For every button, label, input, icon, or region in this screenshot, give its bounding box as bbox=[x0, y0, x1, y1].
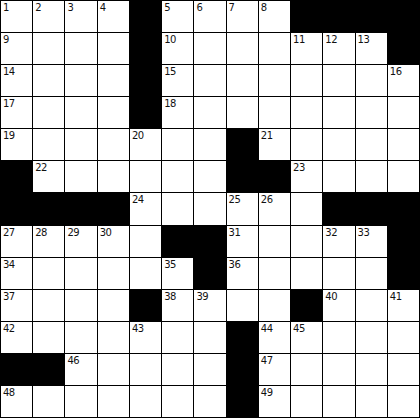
white-cell[interactable]: 45 bbox=[291, 322, 322, 353]
white-cell[interactable]: 43 bbox=[130, 322, 161, 353]
white-cell[interactable]: 30 bbox=[98, 226, 129, 257]
white-cell[interactable] bbox=[259, 97, 290, 128]
black-cell bbox=[130, 290, 161, 321]
clue-number: 2 bbox=[35, 2, 41, 13]
clue-number: 3 bbox=[67, 2, 73, 13]
white-cell[interactable] bbox=[162, 386, 193, 417]
clue-number: 44 bbox=[261, 323, 273, 334]
black-cell bbox=[130, 65, 161, 96]
white-cell[interactable] bbox=[356, 322, 387, 353]
black-cell bbox=[227, 161, 258, 192]
white-cell[interactable] bbox=[130, 226, 161, 257]
white-cell[interactable]: 24 bbox=[130, 193, 161, 224]
white-cell[interactable] bbox=[259, 226, 290, 257]
white-cell[interactable] bbox=[388, 386, 419, 417]
white-cell[interactable] bbox=[194, 354, 225, 385]
clue-number: 38 bbox=[164, 291, 176, 302]
white-cell[interactable] bbox=[162, 193, 193, 224]
white-cell[interactable] bbox=[98, 322, 129, 353]
white-cell[interactable]: 31 bbox=[227, 226, 258, 257]
white-cell[interactable] bbox=[356, 97, 387, 128]
black-cell bbox=[162, 226, 193, 257]
black-cell bbox=[356, 1, 387, 32]
clue-number: 1 bbox=[3, 2, 9, 13]
white-cell[interactable] bbox=[356, 65, 387, 96]
white-cell[interactable] bbox=[291, 258, 322, 289]
white-cell[interactable]: 22 bbox=[33, 161, 64, 192]
clue-number: 21 bbox=[261, 130, 273, 141]
clue-number: 32 bbox=[325, 227, 337, 238]
clue-number: 35 bbox=[164, 259, 176, 270]
black-cell bbox=[291, 290, 322, 321]
white-cell[interactable] bbox=[323, 161, 354, 192]
clue-number: 45 bbox=[293, 323, 305, 334]
white-cell[interactable]: 42 bbox=[1, 322, 32, 353]
white-cell[interactable] bbox=[65, 97, 96, 128]
black-cell bbox=[130, 1, 161, 32]
white-cell[interactable] bbox=[388, 129, 419, 160]
clue-number: 47 bbox=[261, 355, 273, 366]
white-cell[interactable]: 46 bbox=[65, 354, 96, 385]
white-cell[interactable] bbox=[98, 129, 129, 160]
white-cell[interactable] bbox=[291, 129, 322, 160]
white-cell[interactable]: 7 bbox=[227, 1, 258, 32]
clue-number: 4 bbox=[100, 2, 106, 13]
white-cell[interactable]: 11 bbox=[291, 33, 322, 64]
white-cell[interactable]: 37 bbox=[1, 290, 32, 321]
white-cell[interactable]: 5 bbox=[162, 1, 193, 32]
clue-number: 15 bbox=[164, 66, 176, 77]
clue-number: 33 bbox=[358, 227, 370, 238]
clue-number: 42 bbox=[3, 323, 15, 334]
clue-number: 12 bbox=[325, 34, 337, 45]
white-cell[interactable] bbox=[259, 65, 290, 96]
white-cell[interactable] bbox=[291, 97, 322, 128]
black-cell bbox=[130, 97, 161, 128]
white-cell[interactable] bbox=[194, 33, 225, 64]
white-cell[interactable] bbox=[33, 129, 64, 160]
white-cell[interactable] bbox=[130, 161, 161, 192]
white-cell[interactable]: 39 bbox=[194, 290, 225, 321]
clue-number: 13 bbox=[358, 34, 370, 45]
clue-number: 40 bbox=[325, 291, 337, 302]
white-cell[interactable]: 14 bbox=[1, 65, 32, 96]
white-cell[interactable] bbox=[194, 386, 225, 417]
black-cell bbox=[388, 193, 419, 224]
white-cell[interactable]: 2 bbox=[33, 1, 64, 32]
white-cell[interactable]: 17 bbox=[1, 97, 32, 128]
black-cell bbox=[227, 129, 258, 160]
white-cell[interactable] bbox=[194, 161, 225, 192]
black-cell bbox=[227, 322, 258, 353]
white-cell[interactable] bbox=[65, 33, 96, 64]
white-cell[interactable]: 9 bbox=[1, 33, 32, 64]
white-cell[interactable]: 28 bbox=[33, 226, 64, 257]
black-cell bbox=[33, 193, 64, 224]
black-cell bbox=[259, 161, 290, 192]
white-cell[interactable] bbox=[98, 386, 129, 417]
clue-number: 37 bbox=[3, 291, 15, 302]
white-cell[interactable]: 44 bbox=[259, 322, 290, 353]
black-cell bbox=[356, 193, 387, 224]
white-cell[interactable] bbox=[291, 386, 322, 417]
white-cell[interactable]: 47 bbox=[259, 354, 290, 385]
white-cell[interactable] bbox=[162, 161, 193, 192]
clue-number: 43 bbox=[132, 323, 144, 334]
white-cell[interactable]: 38 bbox=[162, 290, 193, 321]
white-cell[interactable]: 34 bbox=[1, 258, 32, 289]
white-cell[interactable] bbox=[291, 65, 322, 96]
white-cell[interactable] bbox=[33, 258, 64, 289]
white-cell[interactable]: 35 bbox=[162, 258, 193, 289]
white-cell[interactable] bbox=[323, 97, 354, 128]
white-cell[interactable]: 8 bbox=[259, 1, 290, 32]
white-cell[interactable]: 4 bbox=[98, 1, 129, 32]
black-cell bbox=[388, 226, 419, 257]
white-cell[interactable] bbox=[65, 65, 96, 96]
white-cell[interactable] bbox=[98, 65, 129, 96]
white-cell[interactable] bbox=[227, 65, 258, 96]
white-cell[interactable] bbox=[65, 290, 96, 321]
white-cell[interactable] bbox=[194, 129, 225, 160]
white-cell[interactable] bbox=[388, 322, 419, 353]
clue-number: 10 bbox=[164, 34, 176, 45]
white-cell[interactable] bbox=[323, 386, 354, 417]
clue-number: 39 bbox=[196, 291, 208, 302]
white-cell[interactable] bbox=[323, 129, 354, 160]
black-cell bbox=[194, 226, 225, 257]
clue-number: 41 bbox=[390, 291, 402, 302]
white-cell[interactable] bbox=[130, 258, 161, 289]
white-cell[interactable] bbox=[259, 290, 290, 321]
black-cell bbox=[291, 1, 322, 32]
black-cell bbox=[388, 1, 419, 32]
white-cell[interactable] bbox=[65, 386, 96, 417]
white-cell[interactable] bbox=[98, 258, 129, 289]
white-cell[interactable] bbox=[227, 97, 258, 128]
white-cell[interactable]: 21 bbox=[259, 129, 290, 160]
white-cell[interactable] bbox=[33, 290, 64, 321]
white-cell[interactable] bbox=[98, 354, 129, 385]
white-cell[interactable]: 48 bbox=[1, 386, 32, 417]
white-cell[interactable]: 6 bbox=[194, 1, 225, 32]
white-cell[interactable]: 15 bbox=[162, 65, 193, 96]
white-cell[interactable] bbox=[323, 65, 354, 96]
clue-number: 24 bbox=[132, 194, 144, 205]
white-cell[interactable] bbox=[33, 33, 64, 64]
clue-number: 18 bbox=[164, 98, 176, 109]
clue-number: 31 bbox=[229, 227, 241, 238]
clue-number: 20 bbox=[132, 130, 144, 141]
white-cell[interactable]: 32 bbox=[323, 226, 354, 257]
white-cell[interactable] bbox=[356, 161, 387, 192]
clue-number: 8 bbox=[261, 2, 267, 13]
white-cell[interactable] bbox=[98, 97, 129, 128]
clue-number: 36 bbox=[229, 259, 241, 270]
white-cell[interactable] bbox=[291, 193, 322, 224]
black-cell bbox=[388, 33, 419, 64]
clue-number: 26 bbox=[261, 194, 273, 205]
white-cell[interactable]: 41 bbox=[388, 290, 419, 321]
white-cell[interactable] bbox=[194, 193, 225, 224]
white-cell[interactable] bbox=[33, 386, 64, 417]
white-cell[interactable]: 16 bbox=[388, 65, 419, 96]
white-cell[interactable] bbox=[194, 65, 225, 96]
white-cell[interactable]: 23 bbox=[291, 161, 322, 192]
white-cell[interactable] bbox=[65, 258, 96, 289]
white-cell[interactable] bbox=[162, 354, 193, 385]
white-cell[interactable] bbox=[323, 322, 354, 353]
white-cell[interactable] bbox=[98, 161, 129, 192]
white-cell[interactable] bbox=[259, 33, 290, 64]
clue-number: 46 bbox=[67, 355, 79, 366]
white-cell[interactable] bbox=[194, 97, 225, 128]
white-cell[interactable]: 3 bbox=[65, 1, 96, 32]
white-cell[interactable] bbox=[98, 290, 129, 321]
white-cell[interactable]: 29 bbox=[65, 226, 96, 257]
white-cell[interactable] bbox=[388, 354, 419, 385]
clue-number: 25 bbox=[229, 194, 241, 205]
white-cell[interactable]: 49 bbox=[259, 386, 290, 417]
white-cell[interactable] bbox=[65, 161, 96, 192]
white-cell[interactable]: 19 bbox=[1, 129, 32, 160]
white-cell[interactable] bbox=[356, 258, 387, 289]
clue-number: 5 bbox=[164, 2, 170, 13]
clue-number: 7 bbox=[229, 2, 235, 13]
white-cell[interactable] bbox=[259, 258, 290, 289]
white-cell[interactable]: 26 bbox=[259, 193, 290, 224]
clue-number: 22 bbox=[35, 162, 47, 173]
white-cell[interactable] bbox=[162, 322, 193, 353]
black-cell bbox=[388, 258, 419, 289]
clue-number: 17 bbox=[3, 98, 15, 109]
clue-number: 30 bbox=[100, 227, 112, 238]
clue-number: 9 bbox=[3, 34, 9, 45]
white-cell[interactable] bbox=[388, 97, 419, 128]
white-cell[interactable]: 10 bbox=[162, 33, 193, 64]
white-cell[interactable] bbox=[356, 354, 387, 385]
white-cell[interactable] bbox=[291, 226, 322, 257]
black-cell bbox=[98, 193, 129, 224]
clue-number: 16 bbox=[390, 66, 402, 77]
white-cell[interactable] bbox=[323, 354, 354, 385]
white-cell[interactable] bbox=[291, 354, 322, 385]
white-cell[interactable] bbox=[356, 386, 387, 417]
white-cell[interactable] bbox=[356, 129, 387, 160]
black-cell bbox=[227, 354, 258, 385]
clue-number: 48 bbox=[3, 387, 15, 398]
white-cell[interactable]: 12 bbox=[323, 33, 354, 64]
white-cell[interactable] bbox=[130, 354, 161, 385]
black-cell bbox=[1, 193, 32, 224]
crossword-grid: 1234567891011121314151617181920212223242… bbox=[0, 0, 420, 418]
white-cell[interactable] bbox=[65, 322, 96, 353]
black-cell bbox=[1, 161, 32, 192]
black-cell bbox=[65, 193, 96, 224]
black-cell bbox=[194, 258, 225, 289]
white-cell[interactable] bbox=[227, 33, 258, 64]
black-cell bbox=[130, 33, 161, 64]
clue-number: 49 bbox=[261, 387, 273, 398]
clue-number: 6 bbox=[196, 2, 202, 13]
white-cell[interactable] bbox=[130, 386, 161, 417]
clue-number: 11 bbox=[293, 34, 305, 45]
white-cell[interactable] bbox=[98, 33, 129, 64]
white-cell[interactable] bbox=[323, 258, 354, 289]
clue-number: 19 bbox=[3, 130, 15, 141]
clue-number: 27 bbox=[3, 227, 15, 238]
black-cell bbox=[323, 1, 354, 32]
white-cell[interactable]: 25 bbox=[227, 193, 258, 224]
white-cell[interactable] bbox=[33, 65, 64, 96]
white-cell[interactable] bbox=[65, 129, 96, 160]
black-cell bbox=[1, 354, 32, 385]
white-cell[interactable]: 13 bbox=[356, 33, 387, 64]
white-cell[interactable] bbox=[33, 322, 64, 353]
black-cell bbox=[33, 354, 64, 385]
white-cell[interactable]: 27 bbox=[1, 226, 32, 257]
white-cell[interactable]: 40 bbox=[323, 290, 354, 321]
clue-number: 34 bbox=[3, 259, 15, 270]
white-cell[interactable] bbox=[33, 97, 64, 128]
white-cell[interactable]: 36 bbox=[227, 258, 258, 289]
white-cell[interactable] bbox=[162, 129, 193, 160]
white-cell[interactable] bbox=[388, 161, 419, 192]
clue-number: 29 bbox=[67, 227, 79, 238]
white-cell[interactable]: 33 bbox=[356, 226, 387, 257]
white-cell[interactable] bbox=[227, 290, 258, 321]
clue-number: 23 bbox=[293, 162, 305, 173]
clue-number: 28 bbox=[35, 227, 47, 238]
black-cell bbox=[323, 193, 354, 224]
white-cell[interactable] bbox=[356, 290, 387, 321]
clue-number: 14 bbox=[3, 66, 15, 77]
white-cell[interactable] bbox=[194, 322, 225, 353]
black-cell bbox=[227, 386, 258, 417]
white-cell[interactable]: 18 bbox=[162, 97, 193, 128]
white-cell[interactable]: 1 bbox=[1, 1, 32, 32]
white-cell[interactable]: 20 bbox=[130, 129, 161, 160]
